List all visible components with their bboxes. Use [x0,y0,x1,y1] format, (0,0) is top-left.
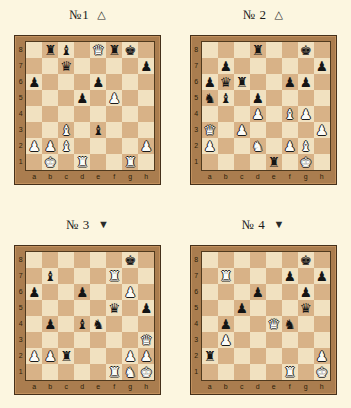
piece-black-queen: ♛ [106,300,122,316]
rank-label-6: 6 [15,74,26,90]
square-h7: ♟ [314,58,330,74]
square-h8 [314,252,330,268]
piece-black-pawn: ♟ [298,74,314,90]
diagram-3-number: № 3 [66,217,90,233]
file-label-c: c [234,381,250,393]
file-label-h: h [314,381,330,393]
square-b6 [42,74,58,90]
file-label-g: g [298,171,314,183]
piece-black-queen: ♛ [298,300,314,316]
diagram-1: №1 △ 87654321 abcdefgh ♜♝♛♜♚♛♟♟♟♟♟♝♝♟♟♝♟… [0,0,176,204]
square-e4: ♛ [266,316,282,332]
piece-white-pawn: ♟ [282,138,298,154]
piece-black-rook: ♜ [42,42,58,58]
square-h5 [314,300,330,316]
square-h7: ♟ [138,58,154,74]
square-b7: ♝ [42,268,58,284]
rank-label-8: 8 [191,252,202,268]
file-label-b: b [218,381,234,393]
piece-black-pawn: ♟ [26,284,42,300]
square-h4 [138,106,154,122]
diagram-4-header: № 4 ▼ [242,217,285,232]
piece-black-bishop: ♝ [58,42,74,58]
rank-label-1: 1 [15,154,26,170]
square-a1 [26,364,42,380]
square-h6 [138,74,154,90]
file-label-f: f [282,171,298,183]
square-c8 [234,252,250,268]
square-g8: ♚ [122,42,138,58]
square-h4 [138,316,154,332]
file-label-f: f [282,381,298,393]
square-a3 [26,122,42,138]
rank-labels: 87654321 [191,42,202,170]
square-a5 [26,300,42,316]
square-g1: ♜ [122,154,138,170]
square-b2: ♟ [42,138,58,154]
white-to-move-icon: △ [275,9,284,20]
square-f1 [282,154,298,170]
piece-white-pawn: ♟ [138,348,154,364]
square-g4: ♟ [298,106,314,122]
square-h2: ♟ [314,348,330,364]
square-f7: ♟ [282,268,298,284]
file-label-b: b [42,381,58,393]
square-d3 [250,332,266,348]
piece-black-pawn: ♟ [282,74,298,90]
square-b1 [218,364,234,380]
diagram-1-header: №1 △ [69,7,106,22]
diagram-4-number: № 4 [242,217,266,233]
diagram-4: № 4 ▼ 87654321 abcdefgh ♚♜♟♟♟♟♟♛♟♛♞♟♜♟♜♚ [176,204,351,408]
rank-labels: 87654321 [15,42,26,170]
square-h6 [138,284,154,300]
piece-white-bishop: ♝ [298,138,314,154]
piece-white-rook: ♜ [106,364,122,380]
square-f8 [282,42,298,58]
piece-black-pawn: ♟ [218,316,234,332]
square-e3 [266,332,282,348]
file-label-a: a [26,171,42,183]
square-f4 [106,316,122,332]
file-label-c: c [58,381,74,393]
square-b6: ♛ [218,74,234,90]
square-e1 [90,364,106,380]
diagram-3-header: № 3 ▼ [66,217,109,232]
square-f4: ♞ [282,316,298,332]
square-e8 [266,252,282,268]
square-b5 [218,300,234,316]
rank-label-8: 8 [191,42,202,58]
square-c8: ♝ [58,42,74,58]
square-h2 [314,138,330,154]
square-b4 [42,106,58,122]
piece-black-queen: ♛ [218,74,234,90]
square-d2 [74,138,90,154]
square-a2: ♟ [26,138,42,154]
square-f3 [282,332,298,348]
square-b1: ♚ [42,154,58,170]
piece-white-pawn: ♟ [42,348,58,364]
piece-black-pawn: ♟ [218,58,234,74]
chess-board-2: 87654321 abcdefgh ♜♚♟♟♟♛♜♟♟♞♝♟♟♝♟♛♟♟♟♞♟♝… [190,35,337,185]
rank-label-6: 6 [191,74,202,90]
rank-label-2: 2 [15,138,26,154]
piece-white-pawn: ♟ [26,138,42,154]
chess-board-1: 87654321 abcdefgh ♜♝♛♜♚♛♟♟♟♟♟♝♝♟♟♝♟♚♜♜ [14,35,161,185]
square-h3: ♛ [138,332,154,348]
square-f4: ♝ [282,106,298,122]
square-a4 [26,106,42,122]
rank-label-7: 7 [191,58,202,74]
square-d6: ♟ [74,284,90,300]
square-g5 [298,90,314,106]
square-d5: ♟ [250,90,266,106]
rank-label-3: 3 [15,332,26,348]
square-e6 [90,284,106,300]
square-c3 [58,332,74,348]
file-label-c: c [58,171,74,183]
square-h1: ♚ [314,364,330,380]
square-b5: ♝ [218,90,234,106]
square-d1 [250,154,266,170]
chess-board-4: 87654321 abcdefgh ♚♜♟♟♟♟♟♛♟♛♞♟♜♟♜♚ [190,245,337,395]
square-d7 [250,58,266,74]
square-e4 [90,106,106,122]
square-g6: ♟ [122,284,138,300]
diagram-3: № 3 ▼ 87654321 abcdefgh ♚♝♜♟♟♟♛♟♟♝♞♛♟♟♜♟… [0,204,176,408]
square-g2: ♝ [298,138,314,154]
rank-label-2: 2 [191,348,202,364]
piece-black-bishop: ♝ [42,268,58,284]
square-e6 [266,284,282,300]
square-h7 [138,268,154,284]
square-c2: ♝ [58,138,74,154]
square-c5 [58,300,74,316]
square-a8 [202,252,218,268]
square-b5 [42,90,58,106]
square-a8 [26,42,42,58]
square-c6 [58,284,74,300]
square-d7 [74,58,90,74]
rank-label-5: 5 [15,90,26,106]
piece-black-pawn: ♟ [42,316,58,332]
square-c7 [58,268,74,284]
rank-label-1: 1 [191,154,202,170]
square-a5: ♞ [202,90,218,106]
square-h1 [314,154,330,170]
piece-white-pawn: ♟ [26,348,42,364]
square-c5: ♟ [234,300,250,316]
rank-label-4: 4 [15,316,26,332]
square-a4 [26,316,42,332]
piece-black-king: ♚ [298,42,314,58]
square-g4 [122,106,138,122]
square-h1: ♚ [138,364,154,380]
square-a8 [26,252,42,268]
file-labels: abcdefgh [202,381,330,393]
piece-white-king: ♚ [42,154,58,170]
square-h3 [314,332,330,348]
square-b3: ♟ [218,332,234,348]
square-f3 [106,332,122,348]
board-squares: ♚♝♜♟♟♟♛♟♟♝♞♛♟♟♜♟♟♜♞♚ [26,252,154,380]
square-b2 [218,348,234,364]
piece-black-knight: ♞ [282,316,298,332]
piece-black-rook: ♜ [58,348,74,364]
square-g7 [122,58,138,74]
square-d6: ♟ [250,284,266,300]
piece-black-pawn: ♟ [282,268,298,284]
piece-black-bishop: ♝ [90,122,106,138]
square-b1 [218,154,234,170]
square-h8 [314,42,330,58]
square-d3 [250,122,266,138]
square-d2: ♞ [250,138,266,154]
square-b3 [42,122,58,138]
square-c7 [234,268,250,284]
square-f3 [106,122,122,138]
piece-white-rook: ♜ [218,268,234,284]
square-c4 [58,316,74,332]
square-h4 [314,316,330,332]
piece-black-pawn: ♟ [234,300,250,316]
file-label-d: d [74,171,90,183]
square-g6 [122,74,138,90]
square-h2: ♟ [138,348,154,364]
square-a4 [202,106,218,122]
square-d3 [74,122,90,138]
square-c2 [234,348,250,364]
square-a6: ♟ [26,284,42,300]
piece-white-queen: ♛ [138,332,154,348]
square-b1 [42,364,58,380]
piece-white-pawn: ♟ [298,106,314,122]
white-to-move-icon: △ [97,9,106,20]
square-a6: ♟ [26,74,42,90]
square-b8 [218,42,234,58]
rank-label-8: 8 [15,252,26,268]
piece-black-pawn: ♟ [26,74,42,90]
square-d5: ♟ [74,90,90,106]
rank-label-2: 2 [191,138,202,154]
square-d1: ♜ [74,154,90,170]
square-g8: ♚ [298,252,314,268]
square-g4 [122,316,138,332]
rank-label-4: 4 [15,106,26,122]
piece-white-knight: ♞ [122,364,138,380]
piece-white-king: ♚ [298,154,314,170]
square-h8 [138,42,154,58]
square-d1 [250,364,266,380]
square-c3 [234,332,250,348]
square-b7 [42,58,58,74]
file-label-b: b [42,171,58,183]
square-g1: ♚ [298,154,314,170]
square-b3 [218,122,234,138]
file-label-d: d [74,381,90,393]
piece-black-pawn: ♟ [138,58,154,74]
square-e5 [266,90,282,106]
square-d8 [250,252,266,268]
square-f6 [106,74,122,90]
rank-label-4: 4 [191,316,202,332]
square-f2 [106,138,122,154]
square-d4: ♟ [250,106,266,122]
square-h5 [314,90,330,106]
board-squares: ♜♝♛♜♚♛♟♟♟♟♟♝♝♟♟♝♟♚♜♜ [26,42,154,170]
square-a7 [202,58,218,74]
piece-black-king: ♚ [122,252,138,268]
piece-black-king: ♚ [122,42,138,58]
square-f7: ♜ [106,268,122,284]
square-c1 [58,154,74,170]
square-h3: ♟ [314,122,330,138]
piece-white-pawn: ♟ [314,122,330,138]
rank-label-8: 8 [15,42,26,58]
rank-label-6: 6 [191,284,202,300]
piece-white-queen: ♛ [90,42,106,58]
diagram-2: № 2 △ 87654321 abcdefgh ♜♚♟♟♟♛♜♟♟♞♝♟♟♝♟♛… [176,0,351,204]
piece-white-pawn: ♟ [122,284,138,300]
file-label-e: e [266,171,282,183]
file-labels: abcdefgh [202,171,330,183]
square-h5: ♟ [138,300,154,316]
square-a4 [202,316,218,332]
square-d6 [250,74,266,90]
file-label-e: e [90,381,106,393]
file-label-g: g [298,381,314,393]
square-g3 [122,122,138,138]
piece-black-queen: ♛ [58,58,74,74]
square-e3 [90,332,106,348]
piece-white-rook: ♜ [106,268,122,284]
piece-black-pawn: ♟ [250,284,266,300]
square-d5 [250,300,266,316]
square-f5 [282,90,298,106]
piece-white-queen: ♛ [202,122,218,138]
square-h6 [314,284,330,300]
square-a2: ♜ [202,348,218,364]
file-label-h: h [138,171,154,183]
rank-label-7: 7 [15,58,26,74]
piece-black-king: ♚ [298,252,314,268]
square-e3 [266,122,282,138]
square-c1 [234,154,250,170]
square-d3 [74,332,90,348]
piece-black-rook: ♜ [250,42,266,58]
piece-black-rook: ♜ [234,74,250,90]
square-a3: ♛ [202,122,218,138]
file-label-c: c [234,171,250,183]
square-f6 [106,284,122,300]
square-g1 [298,364,314,380]
rank-label-2: 2 [15,348,26,364]
rank-labels: 87654321 [15,252,26,380]
square-c6: ♜ [234,74,250,90]
square-f2 [106,348,122,364]
square-b8 [218,252,234,268]
square-d2 [250,348,266,364]
piece-white-rook: ♜ [74,154,90,170]
piece-black-pawn: ♟ [138,300,154,316]
square-d8 [74,42,90,58]
rank-label-7: 7 [15,268,26,284]
square-a3 [202,332,218,348]
square-f5 [282,300,298,316]
rank-label-1: 1 [191,364,202,380]
square-g8: ♚ [298,42,314,58]
piece-white-pawn: ♟ [314,348,330,364]
square-d7 [74,268,90,284]
file-labels: abcdefgh [26,381,154,393]
square-d6 [74,74,90,90]
piece-white-pawn: ♟ [122,348,138,364]
square-b2 [218,138,234,154]
square-e7 [266,58,282,74]
board-squares: ♜♚♟♟♟♛♜♟♟♞♝♟♟♝♟♛♟♟♟♞♟♝♜♚ [202,42,330,170]
file-label-d: d [250,381,266,393]
square-g8: ♚ [122,252,138,268]
square-b8: ♜ [42,42,58,58]
square-a1 [202,364,218,380]
square-g5 [122,300,138,316]
square-e5 [90,90,106,106]
square-c6 [58,74,74,90]
square-h3 [138,122,154,138]
square-h6 [314,74,330,90]
square-c2 [234,138,250,154]
square-e8 [266,42,282,58]
piece-black-rook: ♜ [106,42,122,58]
square-a5 [26,90,42,106]
rank-label-1: 1 [15,364,26,380]
piece-white-king: ♚ [314,364,330,380]
square-g7 [122,268,138,284]
square-e2 [266,138,282,154]
piece-white-bishop: ♝ [58,138,74,154]
piece-white-knight: ♞ [250,138,266,154]
square-c5 [58,90,74,106]
square-f7 [282,58,298,74]
square-e4 [266,106,282,122]
black-to-move-icon: ▼ [273,219,284,230]
square-g4 [298,316,314,332]
square-d1 [74,364,90,380]
file-label-a: a [202,171,218,183]
square-d2 [74,348,90,364]
square-e2 [90,138,106,154]
square-b3 [42,332,58,348]
square-a5 [202,300,218,316]
piece-black-knight: ♞ [90,316,106,332]
piece-black-pawn: ♟ [202,74,218,90]
square-c3: ♝ [58,122,74,138]
square-d4: ♝ [74,316,90,332]
piece-white-queen: ♛ [266,316,282,332]
square-a7 [26,268,42,284]
square-c7 [234,58,250,74]
square-e4: ♞ [90,316,106,332]
square-a6 [202,284,218,300]
square-e2 [90,348,106,364]
square-f6: ♟ [282,74,298,90]
square-g1: ♞ [122,364,138,380]
square-e6 [266,74,282,90]
file-label-h: h [314,171,330,183]
square-e5 [90,300,106,316]
square-d7 [250,268,266,284]
